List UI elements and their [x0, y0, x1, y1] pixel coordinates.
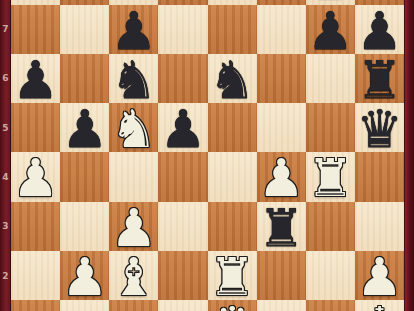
square-b7[interactable]	[60, 5, 109, 54]
square-c3[interactable]: ♟	[109, 202, 158, 251]
square-c7[interactable]: ♟	[109, 5, 158, 54]
rank-label-4: 4	[0, 171, 11, 183]
white-rook-g4[interactable]: ♜	[306, 154, 355, 203]
white-pawn-f4[interactable]: ♟	[257, 154, 306, 203]
black-knight-e6[interactable]: ♞	[208, 56, 257, 105]
square-f5[interactable]	[257, 103, 306, 152]
square-e4[interactable]	[208, 152, 257, 201]
black-pawn-a6[interactable]: ♟	[11, 56, 60, 105]
square-d2[interactable]	[158, 251, 207, 300]
square-f7[interactable]	[257, 5, 306, 54]
square-a3[interactable]	[11, 202, 60, 251]
square-f4[interactable]: ♟	[257, 152, 306, 201]
square-c5[interactable]: ♞	[109, 103, 158, 152]
square-f6[interactable]	[257, 54, 306, 103]
square-c6[interactable]: ♞	[109, 54, 158, 103]
square-h6[interactable]: ♜	[355, 54, 404, 103]
square-f3[interactable]: ♜	[257, 202, 306, 251]
black-knight-c6[interactable]: ♞	[109, 56, 158, 105]
board-left-border: 765432	[0, 0, 11, 311]
black-pawn-d5[interactable]: ♟	[158, 105, 207, 154]
square-a6[interactable]: ♟	[11, 54, 60, 103]
square-d3[interactable]	[158, 202, 207, 251]
square-h5[interactable]: ♛	[355, 103, 404, 152]
square-g2[interactable]	[306, 251, 355, 300]
rank-label-2: 2	[0, 270, 11, 282]
chess-board: ♚♟♟♟♟♞♞♜♟♞♟♛♟♟♜♟♜♟♝♜♟♛♚	[11, 0, 404, 311]
white-pawn-h2[interactable]: ♟	[355, 253, 404, 302]
black-pawn-b5[interactable]: ♟	[60, 105, 109, 154]
square-b4[interactable]	[60, 152, 109, 201]
square-f1[interactable]	[257, 300, 306, 311]
square-d4[interactable]	[158, 152, 207, 201]
square-g7[interactable]: ♟	[306, 5, 355, 54]
white-knight-c5[interactable]: ♞	[109, 105, 158, 154]
black-queen-h5[interactable]: ♛	[355, 105, 404, 154]
white-pawn-c3[interactable]: ♟	[109, 204, 158, 253]
square-e6[interactable]: ♞	[208, 54, 257, 103]
square-h2[interactable]: ♟	[355, 251, 404, 300]
square-b2[interactable]: ♟	[60, 251, 109, 300]
rank-label-3: 3	[0, 220, 11, 232]
black-pawn-g7[interactable]: ♟	[306, 7, 355, 56]
square-g6[interactable]	[306, 54, 355, 103]
rank-label-5: 5	[0, 122, 11, 134]
square-d5[interactable]: ♟	[158, 103, 207, 152]
square-d7[interactable]	[158, 5, 207, 54]
square-e2[interactable]: ♜	[208, 251, 257, 300]
square-c2[interactable]: ♝	[109, 251, 158, 300]
square-a4[interactable]: ♟	[11, 152, 60, 201]
black-rook-f3[interactable]: ♜	[257, 204, 306, 253]
square-h7[interactable]: ♟	[355, 5, 404, 54]
square-b6[interactable]	[60, 54, 109, 103]
square-d1[interactable]	[158, 300, 207, 311]
square-e1[interactable]: ♛	[208, 300, 257, 311]
square-g4[interactable]: ♜	[306, 152, 355, 201]
rank-label-7: 7	[0, 23, 11, 35]
square-a5[interactable]	[11, 103, 60, 152]
square-a1[interactable]	[11, 300, 60, 311]
rank-label-6: 6	[0, 72, 11, 84]
black-rook-h6[interactable]: ♜	[355, 56, 404, 105]
square-b3[interactable]	[60, 202, 109, 251]
square-g5[interactable]	[306, 103, 355, 152]
square-a2[interactable]	[11, 251, 60, 300]
square-e5[interactable]	[208, 103, 257, 152]
square-e7[interactable]	[208, 5, 257, 54]
square-e3[interactable]	[208, 202, 257, 251]
square-g3[interactable]	[306, 202, 355, 251]
square-a7[interactable]	[11, 5, 60, 54]
white-king-h1[interactable]: ♚	[355, 302, 404, 311]
black-pawn-c7[interactable]: ♟	[109, 7, 158, 56]
black-pawn-h7[interactable]: ♟	[355, 7, 404, 56]
white-pawn-a4[interactable]: ♟	[11, 154, 60, 203]
square-d6[interactable]	[158, 54, 207, 103]
white-pawn-b2[interactable]: ♟	[60, 253, 109, 302]
square-h3[interactable]	[355, 202, 404, 251]
square-h4[interactable]	[355, 152, 404, 201]
board-right-border	[404, 0, 414, 311]
square-g1[interactable]	[306, 300, 355, 311]
white-rook-e2[interactable]: ♜	[208, 253, 257, 302]
white-bishop-c2[interactable]: ♝	[109, 253, 158, 302]
square-h1[interactable]: ♚	[355, 300, 404, 311]
square-f2[interactable]	[257, 251, 306, 300]
square-c4[interactable]	[109, 152, 158, 201]
square-b5[interactable]: ♟	[60, 103, 109, 152]
white-queen-e1[interactable]: ♛	[208, 302, 257, 311]
chess-diagram: ♚♟♟♟♟♞♞♜♟♞♟♛♟♟♜♟♜♟♝♜♟♛♚ 765432	[0, 0, 414, 311]
